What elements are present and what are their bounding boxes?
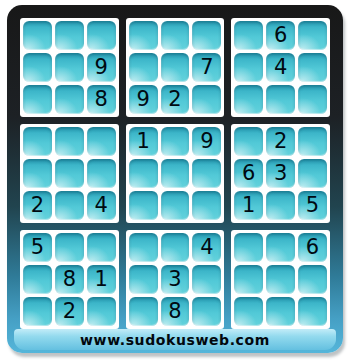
cell-r3c1[interactable] bbox=[23, 85, 52, 114]
cell-r3c9[interactable] bbox=[298, 85, 327, 114]
cell-r6c4[interactable] bbox=[129, 191, 158, 220]
block-2: 792 bbox=[126, 18, 225, 117]
cell-r8c5[interactable]: 3 bbox=[161, 265, 190, 294]
cell-r4c3[interactable] bbox=[87, 127, 116, 156]
cell-r5c2[interactable] bbox=[55, 159, 84, 188]
cell-r3c7[interactable] bbox=[234, 85, 263, 114]
cell-r1c9[interactable] bbox=[298, 21, 327, 50]
cell-r7c9[interactable]: 6 bbox=[298, 233, 327, 262]
cell-r8c4[interactable] bbox=[129, 265, 158, 294]
cell-r6c5[interactable] bbox=[161, 191, 190, 220]
cell-r5c6[interactable] bbox=[192, 159, 221, 188]
cell-r9c8[interactable] bbox=[266, 297, 295, 326]
cell-r1c3[interactable] bbox=[87, 21, 116, 50]
cell-r4c2[interactable] bbox=[55, 127, 84, 156]
cell-r4c8[interactable]: 2 bbox=[266, 127, 295, 156]
cell-r9c4[interactable] bbox=[129, 297, 158, 326]
cell-r2c8[interactable]: 4 bbox=[266, 53, 295, 82]
cell-r1c7[interactable] bbox=[234, 21, 263, 50]
block-4: 24 bbox=[20, 124, 119, 223]
cell-r8c3[interactable]: 1 bbox=[87, 265, 116, 294]
cell-r3c6[interactable] bbox=[192, 85, 221, 114]
cell-r3c2[interactable] bbox=[55, 85, 84, 114]
cell-r8c7[interactable] bbox=[234, 265, 263, 294]
cell-r6c1[interactable]: 2 bbox=[23, 191, 52, 220]
block-5: 19 bbox=[126, 124, 225, 223]
cell-r6c2[interactable] bbox=[55, 191, 84, 220]
cell-r7c8[interactable] bbox=[266, 233, 295, 262]
cell-r1c4[interactable] bbox=[129, 21, 158, 50]
cell-r7c1[interactable]: 5 bbox=[23, 233, 52, 262]
cell-r2c6[interactable]: 7 bbox=[192, 53, 221, 82]
cell-r6c3[interactable]: 4 bbox=[87, 191, 116, 220]
block-9: 6 bbox=[231, 230, 330, 329]
cell-r4c5[interactable] bbox=[161, 127, 190, 156]
cell-r7c5[interactable] bbox=[161, 233, 190, 262]
cell-r4c4[interactable]: 1 bbox=[129, 127, 158, 156]
cell-r6c6[interactable] bbox=[192, 191, 221, 220]
cell-r5c7[interactable]: 6 bbox=[234, 159, 263, 188]
cell-r4c1[interactable] bbox=[23, 127, 52, 156]
cell-r8c1[interactable] bbox=[23, 265, 52, 294]
cell-r4c7[interactable] bbox=[234, 127, 263, 156]
cell-r2c4[interactable] bbox=[129, 53, 158, 82]
cell-r5c3[interactable] bbox=[87, 159, 116, 188]
cell-r9c2[interactable]: 2 bbox=[55, 297, 84, 326]
cell-r6c7[interactable]: 1 bbox=[234, 191, 263, 220]
cell-r5c1[interactable] bbox=[23, 159, 52, 188]
cell-r1c8[interactable]: 6 bbox=[266, 21, 295, 50]
cell-r3c4[interactable]: 9 bbox=[129, 85, 158, 114]
cell-r7c7[interactable] bbox=[234, 233, 263, 262]
block-7: 5812 bbox=[20, 230, 119, 329]
cell-r1c1[interactable] bbox=[23, 21, 52, 50]
cell-r9c5[interactable]: 8 bbox=[161, 297, 190, 326]
cell-r2c9[interactable] bbox=[298, 53, 327, 82]
cell-r3c3[interactable]: 8 bbox=[87, 85, 116, 114]
cell-r2c3[interactable]: 9 bbox=[87, 53, 116, 82]
cell-r1c5[interactable] bbox=[161, 21, 190, 50]
cell-r5c5[interactable] bbox=[161, 159, 190, 188]
cell-r9c7[interactable] bbox=[234, 297, 263, 326]
cell-r2c2[interactable] bbox=[55, 53, 84, 82]
sudoku-board-frame: 987926424192631558124386 www.sudokusweb.… bbox=[7, 5, 343, 353]
cell-r2c5[interactable] bbox=[161, 53, 190, 82]
cell-r2c1[interactable] bbox=[23, 53, 52, 82]
cell-r9c1[interactable] bbox=[23, 297, 52, 326]
site-url-link[interactable]: www.sudokusweb.com bbox=[14, 329, 336, 350]
cell-r9c3[interactable] bbox=[87, 297, 116, 326]
cell-r7c3[interactable] bbox=[87, 233, 116, 262]
cell-r7c4[interactable] bbox=[129, 233, 158, 262]
cell-r8c2[interactable]: 8 bbox=[55, 265, 84, 294]
cell-r9c9[interactable] bbox=[298, 297, 327, 326]
cell-r7c6[interactable]: 4 bbox=[192, 233, 221, 262]
cell-r4c6[interactable]: 9 bbox=[192, 127, 221, 156]
block-8: 438 bbox=[126, 230, 225, 329]
block-3: 64 bbox=[231, 18, 330, 117]
cell-r5c8[interactable]: 3 bbox=[266, 159, 295, 188]
cell-r8c6[interactable] bbox=[192, 265, 221, 294]
cell-r1c2[interactable] bbox=[55, 21, 84, 50]
cell-r3c5[interactable]: 2 bbox=[161, 85, 190, 114]
cell-r5c9[interactable] bbox=[298, 159, 327, 188]
cell-r6c9[interactable]: 5 bbox=[298, 191, 327, 220]
cell-r5c4[interactable] bbox=[129, 159, 158, 188]
cell-r1c6[interactable] bbox=[192, 21, 221, 50]
block-6: 26315 bbox=[231, 124, 330, 223]
cell-r2c7[interactable] bbox=[234, 53, 263, 82]
cell-r7c2[interactable] bbox=[55, 233, 84, 262]
sudoku-board: 987926424192631558124386 bbox=[20, 18, 330, 329]
block-1: 98 bbox=[20, 18, 119, 117]
cell-r4c9[interactable] bbox=[298, 127, 327, 156]
cell-r9c6[interactable] bbox=[192, 297, 221, 326]
cell-r8c8[interactable] bbox=[266, 265, 295, 294]
cell-r3c8[interactable] bbox=[266, 85, 295, 114]
cell-r8c9[interactable] bbox=[298, 265, 327, 294]
cell-r6c8[interactable] bbox=[266, 191, 295, 220]
